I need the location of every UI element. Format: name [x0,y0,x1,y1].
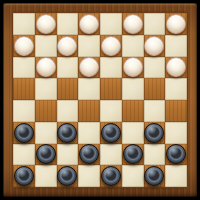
square-a8[interactable] [13,13,35,35]
black-checker-piece[interactable] [123,144,143,164]
square-c5[interactable] [57,78,79,100]
white-checker-piece[interactable] [36,14,56,34]
square-g8[interactable] [144,13,166,35]
square-g6[interactable] [144,57,166,79]
square-a5[interactable] [13,78,35,100]
square-b8[interactable] [35,13,57,35]
square-d5[interactable] [78,78,100,100]
square-e4[interactable] [100,100,122,122]
square-e8[interactable] [100,13,122,35]
white-checker-piece[interactable] [79,57,99,77]
white-checker-piece[interactable] [123,57,143,77]
square-g5[interactable] [144,78,166,100]
square-b2[interactable] [35,144,57,166]
square-e7[interactable] [100,35,122,57]
black-checker-piece[interactable] [144,166,164,186]
square-e5[interactable] [100,78,122,100]
checkers-board[interactable] [13,13,187,187]
square-c1[interactable] [57,165,79,187]
square-e2[interactable] [100,144,122,166]
black-checker-piece[interactable] [14,123,34,143]
square-h3[interactable] [165,122,187,144]
square-f7[interactable] [122,35,144,57]
square-f3[interactable] [122,122,144,144]
white-checker-piece[interactable] [166,14,186,34]
white-checker-piece[interactable] [14,36,34,56]
square-a4[interactable] [13,100,35,122]
square-f4[interactable] [122,100,144,122]
black-checker-piece[interactable] [36,144,56,164]
square-c4[interactable] [57,100,79,122]
square-e3[interactable] [100,122,122,144]
white-checker-piece[interactable] [36,57,56,77]
black-checker-piece[interactable] [57,166,77,186]
square-a6[interactable] [13,57,35,79]
square-d4[interactable] [78,100,100,122]
white-checker-piece[interactable] [144,36,164,56]
square-a1[interactable] [13,165,35,187]
white-checker-piece[interactable] [79,14,99,34]
square-f1[interactable] [122,165,144,187]
square-f5[interactable] [122,78,144,100]
square-g7[interactable] [144,35,166,57]
square-f8[interactable] [122,13,144,35]
white-checker-piece[interactable] [123,14,143,34]
white-checker-piece[interactable] [166,57,186,77]
square-f6[interactable] [122,57,144,79]
square-h1[interactable] [165,165,187,187]
square-b3[interactable] [35,122,57,144]
square-g3[interactable] [144,122,166,144]
square-h2[interactable] [165,144,187,166]
square-a7[interactable] [13,35,35,57]
square-b1[interactable] [35,165,57,187]
black-checker-piece[interactable] [166,144,186,164]
square-c7[interactable] [57,35,79,57]
board-frame [3,3,197,197]
square-h8[interactable] [165,13,187,35]
square-h4[interactable] [165,100,187,122]
square-e6[interactable] [100,57,122,79]
black-checker-piece[interactable] [57,123,77,143]
black-checker-piece[interactable] [101,166,121,186]
square-g4[interactable] [144,100,166,122]
square-d1[interactable] [78,165,100,187]
square-h5[interactable] [165,78,187,100]
square-c2[interactable] [57,144,79,166]
square-b6[interactable] [35,57,57,79]
square-d6[interactable] [78,57,100,79]
square-c3[interactable] [57,122,79,144]
black-checker-piece[interactable] [14,166,34,186]
square-h6[interactable] [165,57,187,79]
black-checker-piece[interactable] [144,123,164,143]
square-a2[interactable] [13,144,35,166]
square-g1[interactable] [144,165,166,187]
black-checker-piece[interactable] [79,144,99,164]
square-a3[interactable] [13,122,35,144]
white-checker-piece[interactable] [101,36,121,56]
square-f2[interactable] [122,144,144,166]
square-g2[interactable] [144,144,166,166]
square-d2[interactable] [78,144,100,166]
square-d3[interactable] [78,122,100,144]
square-d8[interactable] [78,13,100,35]
square-d7[interactable] [78,35,100,57]
square-b5[interactable] [35,78,57,100]
square-c8[interactable] [57,13,79,35]
white-checker-piece[interactable] [57,36,77,56]
black-checker-piece[interactable] [101,123,121,143]
square-e1[interactable] [100,165,122,187]
square-c6[interactable] [57,57,79,79]
square-h7[interactable] [165,35,187,57]
square-b4[interactable] [35,100,57,122]
square-b7[interactable] [35,35,57,57]
